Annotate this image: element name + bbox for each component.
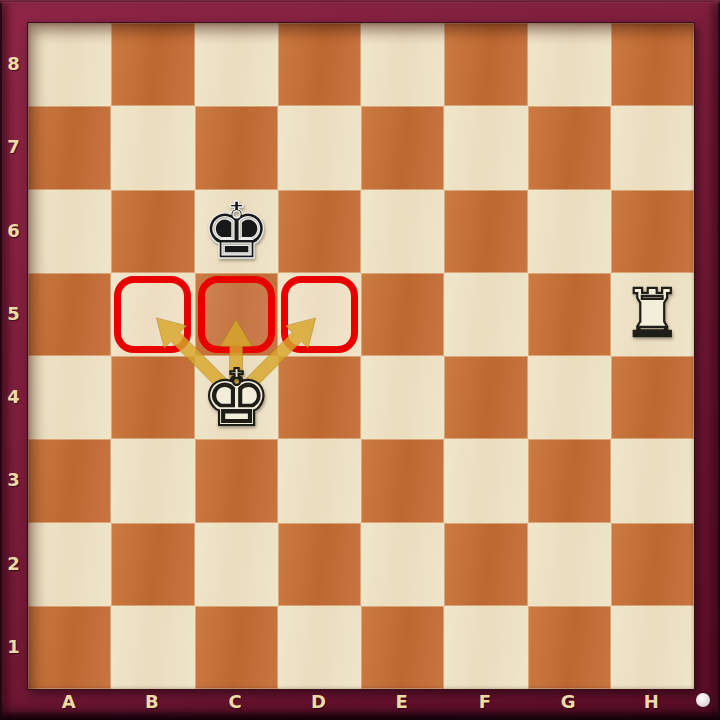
square-b5[interactable]: [111, 273, 194, 356]
chess-app-window: ♚♚♜ 87654321 ABCDEFGH: [0, 0, 720, 720]
square-c5[interactable]: [195, 273, 278, 356]
square-f4[interactable]: [444, 356, 527, 439]
square-c8[interactable]: [195, 23, 278, 106]
square-f2[interactable]: [444, 523, 527, 606]
square-f3[interactable]: [444, 439, 527, 522]
file-label-d: D: [277, 689, 360, 713]
square-a8[interactable]: [28, 23, 111, 106]
square-b1[interactable]: [111, 606, 194, 689]
square-g8[interactable]: [528, 23, 611, 106]
square-c1[interactable]: [195, 606, 278, 689]
square-h8[interactable]: [611, 23, 694, 106]
square-f1[interactable]: [444, 606, 527, 689]
square-g4[interactable]: [528, 356, 611, 439]
file-label-h: H: [610, 689, 693, 713]
file-label-f: F: [443, 689, 526, 713]
piece-white-rook[interactable]: ♜: [611, 273, 694, 356]
rank-label-6: 6: [0, 189, 27, 272]
square-c3[interactable]: [195, 439, 278, 522]
square-a6[interactable]: [28, 190, 111, 273]
rank-label-2: 2: [0, 522, 27, 605]
square-a2[interactable]: [28, 523, 111, 606]
piece-white-king[interactable]: ♚: [195, 356, 278, 439]
square-d8[interactable]: [278, 23, 361, 106]
square-d5[interactable]: [278, 273, 361, 356]
file-label-g: G: [527, 689, 610, 713]
square-f7[interactable]: [444, 106, 527, 189]
file-label-c: C: [194, 689, 277, 713]
square-e2[interactable]: [361, 523, 444, 606]
square-e1[interactable]: [361, 606, 444, 689]
square-h7[interactable]: [611, 106, 694, 189]
board: ♚♚♜: [27, 22, 695, 690]
square-e4[interactable]: [361, 356, 444, 439]
square-g5[interactable]: [528, 273, 611, 356]
square-h2[interactable]: [611, 523, 694, 606]
square-g6[interactable]: [528, 190, 611, 273]
square-c2[interactable]: [195, 523, 278, 606]
square-b3[interactable]: [111, 439, 194, 522]
square-e8[interactable]: [361, 23, 444, 106]
square-a1[interactable]: [28, 606, 111, 689]
piece-black-king[interactable]: ♚: [195, 190, 278, 273]
square-h3[interactable]: [611, 439, 694, 522]
rank-label-1: 1: [0, 605, 27, 688]
square-e7[interactable]: [361, 106, 444, 189]
square-g2[interactable]: [528, 523, 611, 606]
square-d4[interactable]: [278, 356, 361, 439]
square-b6[interactable]: [111, 190, 194, 273]
file-label-b: B: [110, 689, 193, 713]
square-f5[interactable]: [444, 273, 527, 356]
square-d2[interactable]: [278, 523, 361, 606]
rank-label-5: 5: [0, 272, 27, 355]
square-a4[interactable]: [28, 356, 111, 439]
square-h4[interactable]: [611, 356, 694, 439]
square-b2[interactable]: [111, 523, 194, 606]
square-f8[interactable]: [444, 23, 527, 106]
square-h1[interactable]: [611, 606, 694, 689]
square-d6[interactable]: [278, 190, 361, 273]
square-d7[interactable]: [278, 106, 361, 189]
rank-label-8: 8: [0, 22, 27, 105]
square-b7[interactable]: [111, 106, 194, 189]
square-b8[interactable]: [111, 23, 194, 106]
square-g3[interactable]: [528, 439, 611, 522]
square-e3[interactable]: [361, 439, 444, 522]
file-label-a: A: [27, 689, 110, 713]
file-label-e: E: [360, 689, 443, 713]
square-c7[interactable]: [195, 106, 278, 189]
square-f6[interactable]: [444, 190, 527, 273]
square-g1[interactable]: [528, 606, 611, 689]
square-b4[interactable]: [111, 356, 194, 439]
square-a5[interactable]: [28, 273, 111, 356]
rank-label-4: 4: [0, 355, 27, 438]
square-g7[interactable]: [528, 106, 611, 189]
square-e5[interactable]: [361, 273, 444, 356]
square-h6[interactable]: [611, 190, 694, 273]
square-a3[interactable]: [28, 439, 111, 522]
rank-label-3: 3: [0, 438, 27, 521]
square-d1[interactable]: [278, 606, 361, 689]
rank-label-7: 7: [0, 105, 27, 188]
square-d3[interactable]: [278, 439, 361, 522]
square-a7[interactable]: [28, 106, 111, 189]
status-dot: [696, 693, 710, 707]
square-e6[interactable]: [361, 190, 444, 273]
